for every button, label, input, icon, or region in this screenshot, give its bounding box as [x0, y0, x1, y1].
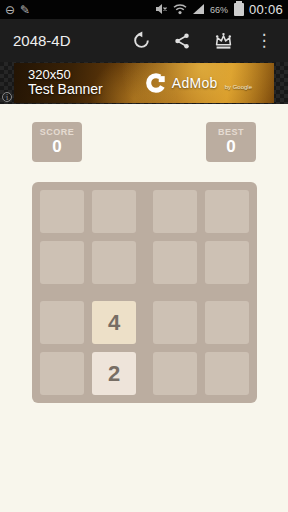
ad-banner-label: Test Banner [28, 82, 103, 98]
battery-percent: 66% [210, 5, 228, 15]
empty-cell [153, 190, 197, 233]
best-value: 0 [226, 138, 235, 157]
empty-cell [92, 190, 136, 233]
score-value: 0 [52, 138, 61, 157]
ad-text: 320x50 Test Banner [28, 68, 103, 98]
app-actions: ⋮ [129, 29, 276, 53]
empty-cell [40, 352, 84, 395]
restart-button[interactable] [129, 29, 153, 53]
empty-cell [205, 301, 249, 344]
empty-cell [153, 301, 197, 344]
ad-info-icon[interactable]: i [2, 92, 12, 102]
clock: 00:06 [249, 2, 283, 17]
empty-cell [153, 352, 197, 395]
board[interactable]: 42 [32, 182, 257, 403]
best-box: BEST 0 [206, 122, 256, 162]
score-box: SCORE 0 [32, 122, 82, 162]
empty-cell [40, 301, 84, 344]
status-right-icons: 66% 00:06 [155, 1, 283, 19]
tile-4: 4 [92, 301, 136, 344]
wifi-icon [173, 1, 187, 19]
tile-2: 2 [92, 352, 136, 395]
admob-logo-icon [145, 72, 167, 94]
overflow-menu-button[interactable]: ⋮ [252, 29, 276, 53]
score-row: SCORE 0 BEST 0 [0, 122, 288, 162]
battery-icon [234, 3, 244, 16]
admob-by-google: by Google [225, 84, 252, 94]
ad-strip: 320x50 Test Banner AdMob by Google i [0, 62, 288, 104]
status-left-icons: ⊖ ✎ [5, 4, 30, 16]
admob-name: AdMob [172, 75, 218, 91]
ad-banner[interactable]: 320x50 Test Banner AdMob by Google [14, 63, 274, 103]
admob-branding: AdMob by Google [145, 72, 264, 94]
edit-pencil-icon: ✎ [20, 4, 30, 16]
share-button[interactable] [170, 29, 194, 53]
leaderboard-crown-button[interactable] [211, 29, 235, 53]
empty-cell [92, 241, 136, 284]
ad-size-label: 320x50 [28, 68, 103, 83]
empty-cell [205, 241, 249, 284]
mute-icon [155, 1, 168, 19]
empty-cell [153, 241, 197, 284]
app-title: 2048-4D [13, 32, 71, 49]
status-bar: ⊖ ✎ 66% 00:06 [0, 0, 288, 19]
empty-cell [205, 352, 249, 395]
empty-cell [40, 190, 84, 233]
empty-cell [40, 241, 84, 284]
signal-icon [192, 1, 205, 19]
empty-cell [205, 190, 249, 233]
app-bar: 2048-4D ⋮ [0, 19, 288, 62]
blocking-mode-icon: ⊖ [5, 4, 15, 16]
